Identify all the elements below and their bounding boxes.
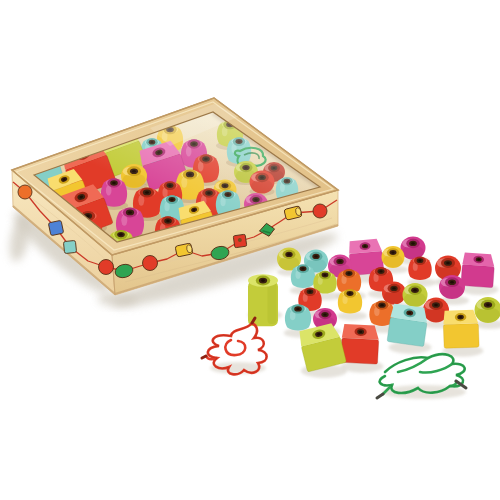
sphere-bead-lime <box>475 297 500 323</box>
sphere-bead-yellow <box>382 246 405 268</box>
painted-cube-bead <box>233 234 247 248</box>
cube-bead-teal <box>387 303 429 346</box>
cube-bead-magenta <box>461 252 495 287</box>
painted-circle-bead <box>143 256 158 271</box>
painted-circle-bead <box>313 204 327 218</box>
sphere-bead-lime <box>403 283 428 307</box>
cyl-bead-red <box>408 257 431 281</box>
painted-circle-bead <box>99 260 114 275</box>
painted-circle-bead <box>18 185 32 199</box>
cube-bead-red <box>341 324 380 364</box>
cube-bead-yellow <box>443 310 479 349</box>
sphere-bead-magenta <box>439 275 465 299</box>
painted-square-bead <box>48 220 63 235</box>
product-photo <box>0 0 500 500</box>
cyl-bead-teal <box>291 264 315 288</box>
green-lace <box>377 354 466 399</box>
tallcyl-bead-lime <box>248 274 278 326</box>
lacing-beads-toy-scene <box>0 0 500 500</box>
painted-square-bead <box>63 240 76 253</box>
cyl-bead-yellow <box>338 289 362 313</box>
cyl-bead-teal <box>285 304 311 330</box>
sphere-bead-red <box>382 282 406 305</box>
red-lace <box>202 318 267 374</box>
